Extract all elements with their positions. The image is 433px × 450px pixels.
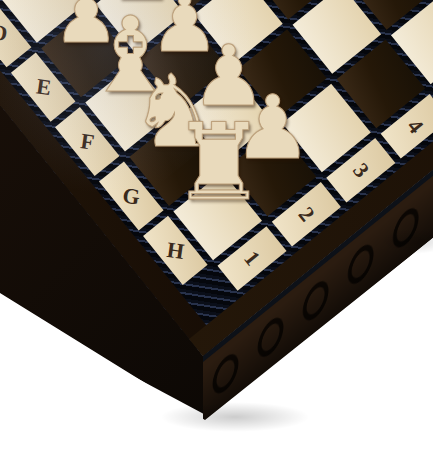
- chess-board-photo: CDEFGH 12345678 ♟ ♟ ♟ ♟ ♝ ♟ ♞ ♟ ♜: [0, 0, 433, 450]
- white-rook-h1: ♜: [148, 66, 288, 216]
